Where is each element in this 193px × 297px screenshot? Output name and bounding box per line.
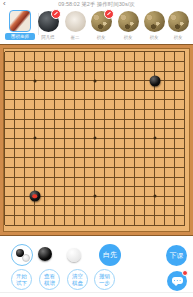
- board-cell[interactable]: [120, 47, 130, 57]
- board-cell[interactable]: [180, 47, 190, 57]
- board-cell[interactable]: [140, 134, 150, 144]
- board-cell[interactable]: [150, 95, 160, 105]
- board-cell[interactable]: [40, 76, 50, 86]
- start-trial-button[interactable]: 开始 试下: [11, 269, 32, 290]
- board-cell[interactable]: [130, 57, 140, 67]
- board-cell[interactable]: [0, 124, 10, 134]
- board-cell[interactable]: [90, 86, 100, 96]
- board-cell[interactable]: [130, 220, 140, 230]
- board-cell[interactable]: [80, 95, 90, 105]
- board-cell[interactable]: [160, 134, 170, 144]
- board-cell[interactable]: [50, 172, 60, 182]
- board-cell[interactable]: [60, 86, 70, 96]
- board-cell[interactable]: [120, 57, 130, 67]
- board-cell[interactable]: [170, 76, 180, 86]
- board-cell[interactable]: [10, 47, 20, 57]
- board-cell[interactable]: [140, 95, 150, 105]
- board-cell[interactable]: [30, 76, 40, 86]
- board-cell[interactable]: [20, 182, 30, 192]
- participant-avatar[interactable]: [65, 11, 86, 32]
- board-cell[interactable]: [30, 143, 40, 153]
- board-cell[interactable]: [90, 182, 100, 192]
- board-cell[interactable]: [10, 143, 20, 153]
- board-cell[interactable]: [140, 220, 150, 230]
- board-cell[interactable]: [70, 124, 80, 134]
- board-cell[interactable]: [140, 66, 150, 76]
- board-cell[interactable]: [80, 153, 90, 163]
- board-cell[interactable]: [10, 182, 20, 192]
- board-cell[interactable]: [170, 47, 180, 57]
- board-cell[interactable]: [150, 143, 160, 153]
- board-cell[interactable]: [170, 105, 180, 115]
- board-cell[interactable]: [130, 47, 140, 57]
- board-cell[interactable]: [70, 95, 80, 105]
- board-cell[interactable]: [50, 86, 60, 96]
- board-cell[interactable]: [160, 153, 170, 163]
- board-cell[interactable]: [30, 153, 40, 163]
- board-cell[interactable]: [110, 105, 120, 115]
- board-cell[interactable]: [60, 114, 70, 124]
- board-cell[interactable]: [40, 172, 50, 182]
- board-cell[interactable]: [30, 211, 40, 221]
- board-cell[interactable]: [150, 76, 160, 86]
- board-cell[interactable]: [80, 220, 90, 230]
- board-cell[interactable]: [160, 76, 170, 86]
- board-cell[interactable]: [110, 182, 120, 192]
- board-cell[interactable]: [0, 211, 10, 221]
- board-cell[interactable]: [20, 134, 30, 144]
- board-cell[interactable]: [130, 95, 140, 105]
- board-cell[interactable]: [70, 163, 80, 173]
- board-cell[interactable]: [150, 182, 160, 192]
- board-cell[interactable]: [60, 124, 70, 134]
- board-cell[interactable]: [110, 172, 120, 182]
- board-cell[interactable]: [70, 105, 80, 115]
- board-cell[interactable]: [120, 163, 130, 173]
- board-cell[interactable]: [20, 66, 30, 76]
- board-cell[interactable]: [130, 182, 140, 192]
- board-cell[interactable]: [20, 220, 30, 230]
- board-cell[interactable]: [0, 114, 10, 124]
- board-cell[interactable]: [150, 105, 160, 115]
- board-cell[interactable]: [110, 211, 120, 221]
- participant[interactable]: 阿凡提: [37, 11, 59, 43]
- board-cell[interactable]: [100, 172, 110, 182]
- board-cell[interactable]: [80, 163, 90, 173]
- board-cell[interactable]: [110, 95, 120, 105]
- board-cell[interactable]: [110, 124, 120, 134]
- board-cell[interactable]: [60, 182, 70, 192]
- board-cell[interactable]: [80, 76, 90, 86]
- board-cell[interactable]: [120, 153, 130, 163]
- board-cell[interactable]: [170, 163, 180, 173]
- board-cell[interactable]: [0, 86, 10, 96]
- board-cell[interactable]: [170, 220, 180, 230]
- board-cell[interactable]: [50, 163, 60, 173]
- participant[interactable]: 棋友: [117, 11, 139, 43]
- board-cell[interactable]: [10, 105, 20, 115]
- board-cell[interactable]: [60, 191, 70, 201]
- board-cell[interactable]: [180, 191, 190, 201]
- board-cell[interactable]: [100, 76, 110, 86]
- board-cell[interactable]: [40, 47, 50, 57]
- board-cell[interactable]: [110, 153, 120, 163]
- board-cell[interactable]: [140, 191, 150, 201]
- board-cell[interactable]: [30, 191, 40, 201]
- board-cell[interactable]: [90, 153, 100, 163]
- board-cell[interactable]: [150, 57, 160, 67]
- board-cell[interactable]: [100, 57, 110, 67]
- board-cell[interactable]: [0, 57, 10, 67]
- board-cell[interactable]: [70, 47, 80, 57]
- board-cell[interactable]: [160, 105, 170, 115]
- board-cell[interactable]: [100, 163, 110, 173]
- board-cell[interactable]: [110, 143, 120, 153]
- go-board[interactable]: [0, 44, 193, 236]
- board-cell[interactable]: [150, 86, 160, 96]
- board-cell[interactable]: [120, 191, 130, 201]
- board-cell[interactable]: [80, 57, 90, 67]
- board-cell[interactable]: [90, 211, 100, 221]
- board-cell[interactable]: [70, 143, 80, 153]
- board-cell[interactable]: [150, 163, 160, 173]
- board-cell[interactable]: [100, 47, 110, 57]
- board-cell[interactable]: [60, 57, 70, 67]
- board-cell[interactable]: [90, 143, 100, 153]
- board-cell[interactable]: [50, 182, 60, 192]
- participant-avatar[interactable]: [144, 11, 165, 32]
- board-cell[interactable]: [60, 105, 70, 115]
- board-cell[interactable]: [60, 220, 70, 230]
- board-cell[interactable]: [160, 86, 170, 96]
- board-cell[interactable]: [0, 105, 10, 115]
- board-cell[interactable]: [30, 105, 40, 115]
- board-cell[interactable]: [40, 163, 50, 173]
- board-cell[interactable]: [50, 105, 60, 115]
- board-cell[interactable]: [170, 124, 180, 134]
- board-cell[interactable]: [120, 201, 130, 211]
- board-cell[interactable]: [90, 57, 100, 67]
- board-cell[interactable]: [100, 220, 110, 230]
- board-cell[interactable]: [70, 76, 80, 86]
- board-cell[interactable]: [170, 211, 180, 221]
- board-cell[interactable]: [20, 57, 30, 67]
- board-cell[interactable]: [70, 86, 80, 96]
- board-cell[interactable]: [80, 47, 90, 57]
- board-cell[interactable]: [90, 191, 100, 201]
- board-cell[interactable]: [130, 201, 140, 211]
- board-cell[interactable]: [80, 114, 90, 124]
- board-cell[interactable]: [0, 66, 10, 76]
- board-cell[interactable]: [160, 172, 170, 182]
- board-cell[interactable]: [90, 134, 100, 144]
- board-cell[interactable]: [160, 211, 170, 221]
- board-cell[interactable]: [160, 114, 170, 124]
- board-cell[interactable]: [30, 134, 40, 144]
- board-cell[interactable]: [140, 114, 150, 124]
- board-cell[interactable]: [50, 201, 60, 211]
- board-cell[interactable]: [10, 172, 20, 182]
- board-cell[interactable]: [80, 211, 90, 221]
- board-cell[interactable]: [40, 153, 50, 163]
- board-cell[interactable]: [180, 124, 190, 134]
- board-cell[interactable]: [100, 211, 110, 221]
- board-cell[interactable]: [110, 86, 120, 96]
- board-cell[interactable]: [150, 153, 160, 163]
- board-cell[interactable]: [110, 163, 120, 173]
- board-cell[interactable]: [160, 66, 170, 76]
- board-cell[interactable]: [10, 57, 20, 67]
- board-cell[interactable]: [10, 114, 20, 124]
- board-cell[interactable]: [180, 86, 190, 96]
- board-cell[interactable]: [40, 211, 50, 221]
- board-cell[interactable]: [160, 220, 170, 230]
- board-cell[interactable]: [150, 220, 160, 230]
- board-cell[interactable]: [160, 163, 170, 173]
- board-cell[interactable]: [0, 201, 10, 211]
- board-cell[interactable]: [60, 172, 70, 182]
- board-cell[interactable]: [150, 124, 160, 134]
- board-cell[interactable]: [20, 201, 30, 211]
- board-cell[interactable]: [170, 66, 180, 76]
- board-cell[interactable]: [50, 76, 60, 86]
- board-cell[interactable]: [90, 220, 100, 230]
- board-cell[interactable]: [150, 201, 160, 211]
- board-cell[interactable]: [100, 124, 110, 134]
- board-cell[interactable]: [60, 47, 70, 57]
- board-cell[interactable]: [130, 124, 140, 134]
- board-cell[interactable]: [120, 86, 130, 96]
- board-cell[interactable]: [0, 182, 10, 192]
- board-cell[interactable]: [100, 86, 110, 96]
- board-cell[interactable]: [130, 66, 140, 76]
- board-cell[interactable]: [100, 153, 110, 163]
- board-cell[interactable]: [30, 86, 40, 96]
- board-cell[interactable]: [180, 105, 190, 115]
- board-cell[interactable]: [100, 114, 110, 124]
- participant-avatar[interactable]: [38, 11, 59, 32]
- board-cell[interactable]: [50, 191, 60, 201]
- board-cell[interactable]: [110, 47, 120, 57]
- board-cell[interactable]: [50, 211, 60, 221]
- board-cell[interactable]: [10, 86, 20, 96]
- board-cell[interactable]: [180, 220, 190, 230]
- board-cell[interactable]: [40, 191, 50, 201]
- board-cell[interactable]: [20, 172, 30, 182]
- board-cell[interactable]: [20, 114, 30, 124]
- board-cell[interactable]: [120, 211, 130, 221]
- board-cell[interactable]: [180, 66, 190, 76]
- board-cell[interactable]: [90, 47, 100, 57]
- board-cell[interactable]: [60, 201, 70, 211]
- board-cell[interactable]: [30, 57, 40, 67]
- board-cell[interactable]: [40, 95, 50, 105]
- board-cell[interactable]: [80, 191, 90, 201]
- board-cell[interactable]: [170, 201, 180, 211]
- board-cell[interactable]: [140, 182, 150, 192]
- board-cell[interactable]: [120, 124, 130, 134]
- board-cell[interactable]: [30, 163, 40, 173]
- board-cell[interactable]: [30, 95, 40, 105]
- board-cell[interactable]: [70, 201, 80, 211]
- undo-move-button[interactable]: 撤销 一步: [94, 269, 115, 290]
- board-cell[interactable]: [160, 95, 170, 105]
- board-cell[interactable]: [120, 182, 130, 192]
- board-cell[interactable]: [0, 153, 10, 163]
- board-cell[interactable]: [160, 124, 170, 134]
- board-cell[interactable]: [50, 47, 60, 57]
- board-cell[interactable]: [30, 172, 40, 182]
- board-cell[interactable]: [10, 134, 20, 144]
- board-cell[interactable]: [40, 86, 50, 96]
- board-cell[interactable]: [40, 114, 50, 124]
- board-cell[interactable]: [140, 143, 150, 153]
- board-cell[interactable]: [50, 134, 60, 144]
- board-cell[interactable]: [20, 211, 30, 221]
- board-cell[interactable]: [60, 76, 70, 86]
- board-cell[interactable]: [110, 201, 120, 211]
- board-cell[interactable]: [40, 105, 50, 115]
- board-cell[interactable]: [50, 143, 60, 153]
- board-cell[interactable]: [90, 105, 100, 115]
- board-cell[interactable]: [170, 114, 180, 124]
- participant-avatar[interactable]: [168, 11, 189, 32]
- board-cell[interactable]: [50, 220, 60, 230]
- view-kifu-button[interactable]: 查看 棋谱: [39, 269, 60, 290]
- board-cell[interactable]: [0, 220, 10, 230]
- board-cell[interactable]: [60, 66, 70, 76]
- board-cell[interactable]: [30, 114, 40, 124]
- board-cell[interactable]: [30, 220, 40, 230]
- board-cell[interactable]: [70, 211, 80, 221]
- board-cell[interactable]: [10, 211, 20, 221]
- black-stone[interactable]: [29, 191, 40, 202]
- board-cell[interactable]: [80, 182, 90, 192]
- board-cell[interactable]: [120, 172, 130, 182]
- board-cell[interactable]: [110, 76, 120, 86]
- board-cell[interactable]: [10, 95, 20, 105]
- board-cell[interactable]: [140, 201, 150, 211]
- board-cell[interactable]: [0, 163, 10, 173]
- board-cell[interactable]: [20, 47, 30, 57]
- board-cell[interactable]: [170, 57, 180, 67]
- board-cell[interactable]: [170, 191, 180, 201]
- board-cell[interactable]: [130, 134, 140, 144]
- board-cell[interactable]: [130, 86, 140, 96]
- board-cell[interactable]: [170, 182, 180, 192]
- board-cell[interactable]: [10, 76, 20, 86]
- board-cell[interactable]: [150, 211, 160, 221]
- board-cell[interactable]: [0, 95, 10, 105]
- board-cell[interactable]: [40, 182, 50, 192]
- board-cell[interactable]: [80, 66, 90, 76]
- alternate-stones-button[interactable]: [11, 244, 33, 266]
- board-cell[interactable]: [140, 153, 150, 163]
- board-cell[interactable]: [50, 95, 60, 105]
- board-cell[interactable]: [20, 76, 30, 86]
- board-cell[interactable]: [30, 47, 40, 57]
- board-cell[interactable]: [130, 114, 140, 124]
- board-cell[interactable]: [130, 153, 140, 163]
- board-cell[interactable]: [80, 172, 90, 182]
- board-cell[interactable]: [100, 105, 110, 115]
- board-cell[interactable]: [170, 143, 180, 153]
- board-cell[interactable]: [140, 124, 150, 134]
- board-cell[interactable]: [70, 134, 80, 144]
- board-cell[interactable]: [110, 57, 120, 67]
- board-cell[interactable]: [90, 66, 100, 76]
- board-cell[interactable]: [130, 76, 140, 86]
- board-cell[interactable]: [150, 172, 160, 182]
- board-cell[interactable]: [180, 182, 190, 192]
- board-cell[interactable]: [120, 114, 130, 124]
- board-cell[interactable]: [110, 134, 120, 144]
- board-cell[interactable]: [180, 211, 190, 221]
- board-cell[interactable]: [70, 220, 80, 230]
- teacher-card[interactable]: 围棋老师: [5, 10, 35, 42]
- board-cell[interactable]: [120, 95, 130, 105]
- board-cell[interactable]: [60, 143, 70, 153]
- board-cell[interactable]: [100, 182, 110, 192]
- board-cell[interactable]: [140, 211, 150, 221]
- board-cell[interactable]: [20, 105, 30, 115]
- board-cell[interactable]: [70, 182, 80, 192]
- board-cell[interactable]: [40, 134, 50, 144]
- board-cell[interactable]: [0, 47, 10, 57]
- board-cell[interactable]: [30, 66, 40, 76]
- board-cell[interactable]: [60, 211, 70, 221]
- board-cell[interactable]: [110, 66, 120, 76]
- board-cell[interactable]: [10, 220, 20, 230]
- board-cell[interactable]: [140, 76, 150, 86]
- board-cell[interactable]: [40, 201, 50, 211]
- board-cell[interactable]: [20, 95, 30, 105]
- board-cell[interactable]: [20, 143, 30, 153]
- board-cell[interactable]: [140, 172, 150, 182]
- board-cell[interactable]: [150, 191, 160, 201]
- board-cell[interactable]: [80, 143, 90, 153]
- board-cell[interactable]: [80, 124, 90, 134]
- board-cell[interactable]: [100, 143, 110, 153]
- board-cell[interactable]: [70, 191, 80, 201]
- board-cell[interactable]: [140, 57, 150, 67]
- board-cell[interactable]: [70, 57, 80, 67]
- board-cell[interactable]: [170, 95, 180, 105]
- board-cell[interactable]: [110, 114, 120, 124]
- board-cell[interactable]: [130, 163, 140, 173]
- participant-avatar[interactable]: [91, 11, 112, 32]
- board-cell[interactable]: [20, 86, 30, 96]
- board-cell[interactable]: [140, 47, 150, 57]
- board-cell[interactable]: [80, 201, 90, 211]
- board-cell[interactable]: [0, 172, 10, 182]
- board-cell[interactable]: [110, 191, 120, 201]
- board-cell[interactable]: [50, 124, 60, 134]
- place-black-button[interactable]: [38, 247, 52, 261]
- board-cell[interactable]: [180, 76, 190, 86]
- board-cell[interactable]: [160, 143, 170, 153]
- board-cell[interactable]: [160, 57, 170, 67]
- board-cell[interactable]: [60, 153, 70, 163]
- board-cell[interactable]: [180, 57, 190, 67]
- board-cell[interactable]: [90, 95, 100, 105]
- board-cell[interactable]: [170, 153, 180, 163]
- board-cell[interactable]: [10, 163, 20, 173]
- clear-board-button[interactable]: 清空 棋盘: [67, 269, 88, 290]
- board-cell[interactable]: [180, 172, 190, 182]
- board-cell[interactable]: [150, 114, 160, 124]
- board-cell[interactable]: [10, 124, 20, 134]
